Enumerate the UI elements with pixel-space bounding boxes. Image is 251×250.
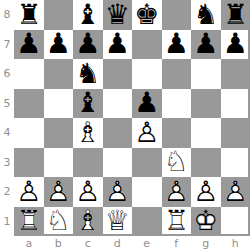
square-g1[interactable]: ♚♔ (191, 207, 221, 237)
square-f8[interactable] (162, 0, 192, 30)
square-b8[interactable] (44, 0, 74, 30)
black-rook-piece[interactable]: ♜ (14, 0, 44, 30)
white-knight-piece[interactable]: ♘ (44, 207, 74, 237)
white-pawn-piece[interactable]: ♙ (103, 177, 133, 207)
square-h7[interactable]: ♟ (221, 30, 251, 60)
square-g6[interactable] (191, 59, 221, 89)
white-pawn-piece[interactable]: ♙ (221, 177, 251, 207)
square-h1[interactable] (221, 207, 251, 237)
square-e8[interactable]: ♚ (132, 0, 162, 30)
square-e1[interactable] (132, 207, 162, 237)
rank-label-4: 4 (0, 118, 14, 148)
square-e3[interactable] (132, 148, 162, 178)
file-label-f: f (162, 236, 192, 250)
square-f1[interactable]: ♜♖ (162, 207, 192, 237)
square-d5[interactable] (103, 89, 133, 119)
chess-board: ♜♝♛♚♞♜♟♟♟♟♟♟♟♞♝♟♝♗♟♙♞♘♟♙♟♙♟♙♟♙♟♙♟♙♟♙♜♖♞♘… (14, 0, 250, 236)
black-pawn-piece[interactable]: ♟ (162, 30, 192, 60)
rank-label-6: 6 (0, 59, 14, 89)
black-knight-piece[interactable]: ♞ (73, 59, 103, 89)
square-g3[interactable] (191, 148, 221, 178)
square-d7[interactable]: ♟ (103, 30, 133, 60)
square-d8[interactable]: ♛ (103, 0, 133, 30)
white-bishop-piece[interactable]: ♗ (73, 118, 103, 148)
square-e7[interactable] (132, 30, 162, 60)
square-b1[interactable]: ♞♘ (44, 207, 74, 237)
square-f3[interactable]: ♞♘ (162, 148, 192, 178)
square-e2[interactable] (132, 177, 162, 207)
white-pawn-piece[interactable]: ♙ (191, 177, 221, 207)
square-f5[interactable] (162, 89, 192, 119)
rank-label-7: 7 (0, 30, 14, 60)
file-label-d: d (103, 236, 133, 250)
white-bishop-piece[interactable]: ♗ (73, 207, 103, 237)
square-g7[interactable]: ♟ (191, 30, 221, 60)
file-label-h: h (221, 236, 251, 250)
file-label-g: g (191, 236, 221, 250)
black-pawn-piece[interactable]: ♟ (14, 30, 44, 60)
square-c1[interactable]: ♝♗ (73, 207, 103, 237)
square-c6[interactable]: ♞ (73, 59, 103, 89)
square-a5[interactable] (14, 89, 44, 119)
square-b4[interactable] (44, 118, 74, 148)
square-a1[interactable]: ♜♖ (14, 207, 44, 237)
rank-label-1: 1 (0, 207, 14, 237)
black-knight-piece[interactable]: ♞ (191, 0, 221, 30)
square-a4[interactable] (14, 118, 44, 148)
square-b2[interactable]: ♟♙ (44, 177, 74, 207)
square-h6[interactable] (221, 59, 251, 89)
white-rook-piece[interactable]: ♖ (14, 207, 44, 237)
black-queen-piece[interactable]: ♛ (103, 0, 133, 30)
square-a2[interactable]: ♟♙ (14, 177, 44, 207)
square-b7[interactable]: ♟ (44, 30, 74, 60)
square-c5[interactable]: ♝ (73, 89, 103, 119)
black-bishop-piece[interactable]: ♝ (73, 89, 103, 119)
rank-label-8: 8 (0, 0, 14, 30)
white-king-piece[interactable]: ♔ (191, 207, 221, 237)
square-a3[interactable] (14, 148, 44, 178)
black-rook-piece[interactable]: ♜ (221, 0, 251, 30)
square-g8[interactable]: ♞ (191, 0, 221, 30)
white-pawn-piece[interactable]: ♙ (73, 177, 103, 207)
square-e5[interactable]: ♟ (132, 89, 162, 119)
square-a6[interactable] (14, 59, 44, 89)
square-c8[interactable]: ♝ (73, 0, 103, 30)
white-pawn-piece[interactable]: ♙ (14, 177, 44, 207)
black-pawn-piece[interactable]: ♟ (221, 30, 251, 60)
square-c2[interactable]: ♟♙ (73, 177, 103, 207)
square-c7[interactable]: ♟ (73, 30, 103, 60)
square-c3[interactable] (73, 148, 103, 178)
square-d4[interactable] (103, 118, 133, 148)
square-a8[interactable]: ♜ (14, 0, 44, 30)
square-e6[interactable] (132, 59, 162, 89)
square-f7[interactable]: ♟ (162, 30, 192, 60)
chess-board-screenshot: ♜♝♛♚♞♜♟♟♟♟♟♟♟♞♝♟♝♗♟♙♞♘♟♙♟♙♟♙♟♙♟♙♟♙♟♙♜♖♞♘… (0, 0, 250, 250)
square-h5[interactable] (221, 89, 251, 119)
square-h8[interactable]: ♜ (221, 0, 251, 30)
rank-label-3: 3 (0, 148, 14, 178)
white-pawn-piece[interactable]: ♙ (162, 177, 192, 207)
square-f2[interactable]: ♟♙ (162, 177, 192, 207)
black-pawn-piece[interactable]: ♟ (132, 89, 162, 119)
square-g2[interactable]: ♟♙ (191, 177, 221, 207)
rank-label-2: 2 (0, 177, 14, 207)
file-label-e: e (132, 236, 162, 250)
square-g5[interactable] (191, 89, 221, 119)
board-right-edge (248, 0, 251, 236)
square-c4[interactable]: ♝♗ (73, 118, 103, 148)
white-pawn-piece[interactable]: ♙ (44, 177, 74, 207)
square-d6[interactable] (103, 59, 133, 89)
square-h3[interactable] (221, 148, 251, 178)
white-queen-piece[interactable]: ♕ (103, 207, 133, 237)
black-pawn-piece[interactable]: ♟ (44, 30, 74, 60)
white-pawn-piece[interactable]: ♙ (132, 118, 162, 148)
black-bishop-piece[interactable]: ♝ (73, 0, 103, 30)
black-king-piece[interactable]: ♚ (132, 0, 162, 30)
file-label-b: b (44, 236, 74, 250)
rank-label-5: 5 (0, 89, 14, 119)
file-label-c: c (73, 236, 103, 250)
square-g4[interactable] (191, 118, 221, 148)
square-h4[interactable] (221, 118, 251, 148)
square-b3[interactable] (44, 148, 74, 178)
square-b6[interactable] (44, 59, 74, 89)
black-pawn-piece[interactable]: ♟ (191, 30, 221, 60)
file-label-a: a (14, 236, 44, 250)
square-d3[interactable] (103, 148, 133, 178)
white-knight-piece[interactable]: ♘ (162, 148, 192, 178)
square-d1[interactable]: ♛♕ (103, 207, 133, 237)
square-f6[interactable] (162, 59, 192, 89)
white-rook-piece[interactable]: ♖ (162, 207, 192, 237)
square-f4[interactable] (162, 118, 192, 148)
board-bottom-edge (14, 234, 250, 237)
black-pawn-piece[interactable]: ♟ (103, 30, 133, 60)
square-e4[interactable]: ♟♙ (132, 118, 162, 148)
square-b5[interactable] (44, 89, 74, 119)
square-d2[interactable]: ♟♙ (103, 177, 133, 207)
square-h2[interactable]: ♟♙ (221, 177, 251, 207)
black-pawn-piece[interactable]: ♟ (73, 30, 103, 60)
square-a7[interactable]: ♟ (14, 30, 44, 60)
